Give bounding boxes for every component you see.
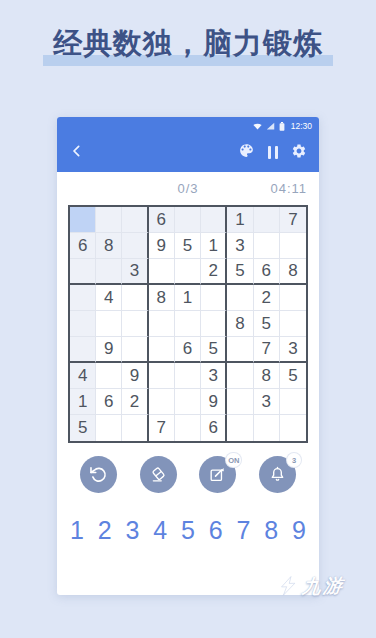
undo-icon xyxy=(89,465,108,484)
numpad-6[interactable]: 6 xyxy=(208,516,224,545)
sudoku-cell[interactable] xyxy=(254,207,280,233)
sudoku-cell[interactable] xyxy=(227,337,253,363)
sudoku-cell[interactable]: 3 xyxy=(280,337,306,363)
sudoku-cell[interactable] xyxy=(149,389,175,415)
sudoku-cell[interactable]: 7 xyxy=(149,415,175,441)
sudoku-cell[interactable] xyxy=(175,311,201,337)
sudoku-cell[interactable]: 1 xyxy=(70,389,96,415)
palette-icon xyxy=(238,142,255,162)
sudoku-cell[interactable] xyxy=(227,285,253,311)
sudoku-cell[interactable] xyxy=(96,259,122,285)
back-icon xyxy=(69,143,85,162)
sudoku-cell[interactable] xyxy=(227,389,253,415)
notes-pencil-icon xyxy=(208,465,227,484)
sudoku-cell[interactable] xyxy=(227,415,253,441)
sudoku-cell[interactable]: 8 xyxy=(96,233,122,259)
sudoku-cell[interactable]: 4 xyxy=(96,285,122,311)
sudoku-cell[interactable] xyxy=(280,311,306,337)
jiuyou-logo-icon xyxy=(275,574,300,601)
sudoku-cell[interactable] xyxy=(149,311,175,337)
sudoku-cell[interactable]: 3 xyxy=(254,389,280,415)
status-time: 12:30 xyxy=(291,121,312,131)
sudoku-cell[interactable] xyxy=(175,389,201,415)
sudoku-cell[interactable] xyxy=(70,207,96,233)
sudoku-cell[interactable] xyxy=(70,259,96,285)
settings-icon xyxy=(291,143,307,162)
sudoku-cell[interactable] xyxy=(175,207,201,233)
sudoku-cell[interactable]: 8 xyxy=(149,285,175,311)
numpad-8[interactable]: 8 xyxy=(263,516,279,545)
wifi-icon xyxy=(253,122,262,130)
sudoku-cell[interactable]: 5 xyxy=(227,259,253,285)
sudoku-cell[interactable]: 6 xyxy=(96,389,122,415)
number-pad: 123456789 xyxy=(57,516,319,545)
game-timer: 04:11 xyxy=(270,181,307,196)
sudoku-cell[interactable]: 9 xyxy=(149,233,175,259)
notes-on-badge: ON xyxy=(226,453,241,467)
sudoku-cell[interactable]: 1 xyxy=(175,285,201,311)
numpad-1[interactable]: 1 xyxy=(69,516,85,545)
sudoku-board: 61768951332568481285965734938516293576 xyxy=(68,205,308,443)
sudoku-cell[interactable]: 9 xyxy=(122,363,148,389)
info-row: 0/3 04:11 xyxy=(57,172,319,205)
numpad-4[interactable]: 4 xyxy=(152,516,168,545)
theme-button[interactable] xyxy=(238,142,255,162)
sudoku-cell[interactable] xyxy=(122,233,148,259)
sudoku-cell[interactable]: 8 xyxy=(254,363,280,389)
sudoku-cell[interactable] xyxy=(175,363,201,389)
sudoku-cell[interactable] xyxy=(70,285,96,311)
sudoku-cell[interactable] xyxy=(201,207,227,233)
eraser-button[interactable] xyxy=(140,456,177,493)
phone-card: 12:30 xyxy=(57,117,319,595)
battery-icon xyxy=(279,122,285,131)
numpad-7[interactable]: 7 xyxy=(236,516,252,545)
sudoku-cell[interactable] xyxy=(280,233,306,259)
sudoku-cell[interactable]: 5 xyxy=(70,415,96,441)
jiuyou-logo-text: 九游 xyxy=(301,573,346,600)
sudoku-cell[interactable]: 6 xyxy=(201,415,227,441)
sudoku-cell[interactable] xyxy=(280,389,306,415)
appbar: 12:30 xyxy=(57,117,319,172)
sudoku-cell[interactable]: 5 xyxy=(254,311,280,337)
sudoku-cell[interactable]: 2 xyxy=(254,285,280,311)
sudoku-cell[interactable]: 5 xyxy=(175,233,201,259)
sudoku-cell[interactable] xyxy=(122,415,148,441)
sudoku-cell[interactable] xyxy=(149,363,175,389)
sudoku-cell[interactable]: 4 xyxy=(70,363,96,389)
bell-icon xyxy=(268,465,287,484)
sudoku-cell[interactable]: 5 xyxy=(201,337,227,363)
sudoku-cell[interactable]: 8 xyxy=(227,311,253,337)
sudoku-cell[interactable]: 6 xyxy=(254,259,280,285)
mistakes-progress: 0/3 xyxy=(177,181,198,196)
sudoku-cell[interactable] xyxy=(175,259,201,285)
eraser-icon xyxy=(149,465,168,484)
sudoku-cell[interactable] xyxy=(227,363,253,389)
numpad-2[interactable]: 2 xyxy=(97,516,113,545)
sudoku-cell[interactable] xyxy=(122,311,148,337)
sudoku-cell[interactable]: 5 xyxy=(280,363,306,389)
toolbar xyxy=(57,132,319,172)
sudoku-cell[interactable]: 3 xyxy=(227,233,253,259)
numpad-3[interactable]: 3 xyxy=(125,516,141,545)
sudoku-cell[interactable] xyxy=(70,311,96,337)
jiuyou-watermark: 九游 xyxy=(275,573,345,601)
sudoku-cell[interactable]: 9 xyxy=(96,337,122,363)
page-title: 经典数独，脑力锻炼 xyxy=(53,24,323,64)
statusbar: 12:30 xyxy=(57,117,319,132)
tools-row: ON 3 xyxy=(57,456,319,493)
hint-count-badge: 3 xyxy=(287,453,301,467)
hint-button[interactable]: 3 xyxy=(259,456,296,493)
sudoku-cell[interactable] xyxy=(96,415,122,441)
sudoku-cell[interactable]: 7 xyxy=(254,337,280,363)
sudoku-cell[interactable] xyxy=(149,337,175,363)
sudoku-cell[interactable]: 3 xyxy=(201,363,227,389)
sudoku-cell[interactable]: 1 xyxy=(201,233,227,259)
sudoku-cell[interactable]: 8 xyxy=(280,259,306,285)
notes-button[interactable]: ON xyxy=(199,456,236,493)
numpad-5[interactable]: 5 xyxy=(180,516,196,545)
sudoku-cell[interactable] xyxy=(122,337,148,363)
sudoku-cell[interactable] xyxy=(280,415,306,441)
sudoku-cell[interactable]: 7 xyxy=(280,207,306,233)
sudoku-cell[interactable]: 2 xyxy=(122,389,148,415)
sudoku-cell[interactable]: 6 xyxy=(70,233,96,259)
screen: 经典数独，脑力锻炼 12:30 xyxy=(0,0,376,638)
sudoku-cell[interactable] xyxy=(70,337,96,363)
sudoku-cell[interactable] xyxy=(201,285,227,311)
sudoku-cell[interactable]: 1 xyxy=(227,207,253,233)
sudoku-cell[interactable] xyxy=(201,311,227,337)
undo-button[interactable] xyxy=(80,456,117,493)
sudoku-cell[interactable] xyxy=(122,207,148,233)
sudoku-cell[interactable] xyxy=(122,285,148,311)
sudoku-cell[interactable]: 2 xyxy=(201,259,227,285)
numpad-9[interactable]: 9 xyxy=(291,516,307,545)
sudoku-cell[interactable]: 9 xyxy=(201,389,227,415)
sudoku-cell[interactable]: 3 xyxy=(122,259,148,285)
sudoku-cell[interactable] xyxy=(96,311,122,337)
sudoku-cell[interactable] xyxy=(96,207,122,233)
sudoku-cell[interactable]: 6 xyxy=(175,337,201,363)
sudoku-cell[interactable] xyxy=(96,363,122,389)
headline-wrap: 经典数独，脑力锻炼 xyxy=(0,24,376,64)
pause-icon xyxy=(268,146,278,159)
sudoku-cell[interactable] xyxy=(254,415,280,441)
sudoku-cell[interactable] xyxy=(175,415,201,441)
back-button[interactable] xyxy=(69,143,85,162)
sudoku-cell[interactable]: 6 xyxy=(149,207,175,233)
sudoku-cell[interactable] xyxy=(280,285,306,311)
settings-button[interactable] xyxy=(291,143,307,162)
signal-icon xyxy=(266,122,275,130)
pause-button[interactable] xyxy=(268,146,278,159)
sudoku-cell[interactable] xyxy=(254,233,280,259)
sudoku-cell[interactable] xyxy=(149,259,175,285)
